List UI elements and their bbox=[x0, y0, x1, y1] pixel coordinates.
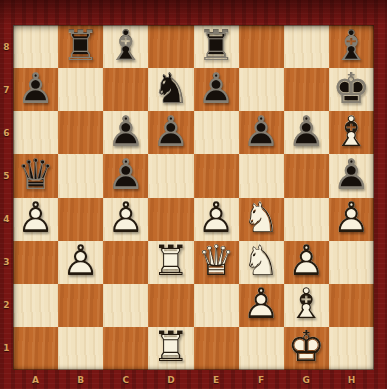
file-label-e: E bbox=[194, 370, 239, 389]
square-h7[interactable]: ♚♔ bbox=[329, 68, 374, 111]
square-e3[interactable]: ♛♕ bbox=[194, 241, 239, 284]
piece-outline-glyph: ♙ bbox=[148, 111, 193, 154]
square-c7[interactable] bbox=[103, 68, 148, 111]
square-f1[interactable] bbox=[239, 327, 284, 370]
piece-outline-glyph: ♙ bbox=[13, 68, 58, 111]
black-pawn-c6[interactable]: ♟♙ bbox=[103, 111, 148, 154]
square-b2[interactable] bbox=[58, 284, 103, 327]
square-g4[interactable] bbox=[284, 198, 329, 241]
square-g5[interactable] bbox=[284, 154, 329, 197]
file-label-c: C bbox=[103, 370, 148, 389]
white-rook-d1[interactable]: ♜♖ bbox=[148, 327, 193, 370]
square-f4[interactable]: ♞♘ bbox=[239, 198, 284, 241]
square-c1[interactable] bbox=[103, 327, 148, 370]
piece-outline-glyph: ♙ bbox=[103, 198, 148, 241]
square-b1[interactable] bbox=[58, 327, 103, 370]
square-e1[interactable] bbox=[194, 327, 239, 370]
square-c8[interactable]: ♝♗ bbox=[103, 25, 148, 68]
square-b5[interactable] bbox=[58, 154, 103, 197]
square-f7[interactable] bbox=[239, 68, 284, 111]
chess-board-frame: 87654321 ♜♖♝♗♜♖♝♗♟♙♞♘♟♙♚♔♟♙♟♙♟♙♟♙♝♗♛♕♟♙♟… bbox=[0, 0, 387, 389]
black-bishop-h8[interactable]: ♝♗ bbox=[329, 25, 374, 68]
piece-outline-glyph: ♙ bbox=[194, 68, 239, 111]
piece-outline-glyph: ♖ bbox=[148, 241, 193, 284]
piece-outline-glyph: ♘ bbox=[148, 68, 193, 111]
square-h3[interactable] bbox=[329, 241, 374, 284]
square-d3[interactable]: ♜♖ bbox=[148, 241, 193, 284]
piece-outline-glyph: ♙ bbox=[194, 198, 239, 241]
piece-outline-glyph: ♘ bbox=[239, 198, 284, 241]
rank-label-4: 4 bbox=[0, 198, 13, 241]
square-c4[interactable]: ♟♙ bbox=[103, 198, 148, 241]
piece-outline-glyph: ♙ bbox=[284, 111, 329, 154]
white-knight-f3[interactable]: ♞♘ bbox=[239, 241, 284, 284]
piece-outline-glyph: ♙ bbox=[103, 154, 148, 197]
black-rook-b8[interactable]: ♜♖ bbox=[58, 25, 103, 68]
piece-outline-glyph: ♖ bbox=[58, 25, 103, 68]
piece-outline-glyph: ♕ bbox=[13, 154, 58, 197]
piece-outline-glyph: ♗ bbox=[329, 111, 374, 154]
square-e2[interactable] bbox=[194, 284, 239, 327]
piece-outline-glyph: ♙ bbox=[329, 154, 374, 197]
piece-outline-glyph: ♙ bbox=[329, 198, 374, 241]
white-queen-e3[interactable]: ♛♕ bbox=[194, 241, 239, 284]
black-pawn-g6[interactable]: ♟♙ bbox=[284, 111, 329, 154]
rank-label-6: 6 bbox=[0, 111, 13, 154]
rank-label-3: 3 bbox=[0, 241, 13, 284]
rank-label-8: 8 bbox=[0, 25, 13, 68]
square-a5[interactable]: ♛♕ bbox=[13, 154, 58, 197]
rank-label-2: 2 bbox=[0, 284, 13, 327]
piece-outline-glyph: ♙ bbox=[13, 198, 58, 241]
square-b6[interactable] bbox=[58, 111, 103, 154]
white-king-g1[interactable]: ♚♔ bbox=[284, 327, 329, 370]
square-h6[interactable]: ♝♗ bbox=[329, 111, 374, 154]
square-a2[interactable] bbox=[13, 284, 58, 327]
black-rook-e8[interactable]: ♜♖ bbox=[194, 25, 239, 68]
file-label-d: D bbox=[148, 370, 193, 389]
square-h8[interactable]: ♝♗ bbox=[329, 25, 374, 68]
square-b8[interactable]: ♜♖ bbox=[58, 25, 103, 68]
square-f8[interactable] bbox=[239, 25, 284, 68]
white-pawn-c4[interactable]: ♟♙ bbox=[103, 198, 148, 241]
square-d4[interactable] bbox=[148, 198, 193, 241]
square-c5[interactable]: ♟♙ bbox=[103, 154, 148, 197]
black-pawn-f6[interactable]: ♟♙ bbox=[239, 111, 284, 154]
square-f2[interactable]: ♟♙ bbox=[239, 284, 284, 327]
square-e4[interactable]: ♟♙ bbox=[194, 198, 239, 241]
black-pawn-d6[interactable]: ♟♙ bbox=[148, 111, 193, 154]
square-e5[interactable] bbox=[194, 154, 239, 197]
square-c2[interactable] bbox=[103, 284, 148, 327]
white-pawn-f2[interactable]: ♟♙ bbox=[239, 284, 284, 327]
square-d7[interactable]: ♞♘ bbox=[148, 68, 193, 111]
square-g6[interactable]: ♟♙ bbox=[284, 111, 329, 154]
square-d8[interactable] bbox=[148, 25, 193, 68]
piece-outline-glyph: ♙ bbox=[239, 284, 284, 327]
piece-outline-glyph: ♘ bbox=[239, 241, 284, 284]
file-labels: ABCDEFGH bbox=[13, 370, 374, 389]
rank-labels: 87654321 bbox=[0, 25, 13, 370]
square-d1[interactable]: ♜♖ bbox=[148, 327, 193, 370]
piece-outline-glyph: ♔ bbox=[329, 68, 374, 111]
piece-outline-glyph: ♔ bbox=[284, 327, 329, 370]
piece-outline-glyph: ♗ bbox=[329, 25, 374, 68]
white-pawn-b3[interactable]: ♟♙ bbox=[58, 241, 103, 284]
square-b7[interactable] bbox=[58, 68, 103, 111]
square-a8[interactable] bbox=[13, 25, 58, 68]
square-g1[interactable]: ♚♔ bbox=[284, 327, 329, 370]
black-pawn-h5[interactable]: ♟♙ bbox=[329, 154, 374, 197]
white-pawn-e4[interactable]: ♟♙ bbox=[194, 198, 239, 241]
white-pawn-a4[interactable]: ♟♙ bbox=[13, 198, 58, 241]
square-g2[interactable]: ♝♗ bbox=[284, 284, 329, 327]
square-f3[interactable]: ♞♘ bbox=[239, 241, 284, 284]
square-h2[interactable] bbox=[329, 284, 374, 327]
square-b4[interactable] bbox=[58, 198, 103, 241]
piece-outline-glyph: ♙ bbox=[58, 241, 103, 284]
piece-outline-glyph: ♙ bbox=[103, 111, 148, 154]
piece-outline-glyph: ♕ bbox=[194, 241, 239, 284]
rank-label-7: 7 bbox=[0, 68, 13, 111]
square-a1[interactable] bbox=[13, 327, 58, 370]
file-label-f: F bbox=[239, 370, 284, 389]
square-b3[interactable]: ♟♙ bbox=[58, 241, 103, 284]
square-e7[interactable]: ♟♙ bbox=[194, 68, 239, 111]
square-d6[interactable]: ♟♙ bbox=[148, 111, 193, 154]
black-king-h7[interactable]: ♚♔ bbox=[329, 68, 374, 111]
square-d2[interactable] bbox=[148, 284, 193, 327]
black-knight-d7[interactable]: ♞♘ bbox=[148, 68, 193, 111]
piece-outline-glyph: ♙ bbox=[239, 111, 284, 154]
white-pawn-g3[interactable]: ♟♙ bbox=[284, 241, 329, 284]
square-e6[interactable] bbox=[194, 111, 239, 154]
white-pawn-h4[interactable]: ♟♙ bbox=[329, 198, 374, 241]
black-pawn-c5[interactable]: ♟♙ bbox=[103, 154, 148, 197]
square-h4[interactable]: ♟♙ bbox=[329, 198, 374, 241]
white-knight-f4[interactable]: ♞♘ bbox=[239, 198, 284, 241]
square-h5[interactable]: ♟♙ bbox=[329, 154, 374, 197]
piece-outline-glyph: ♗ bbox=[284, 284, 329, 327]
chess-board[interactable]: ♜♖♝♗♜♖♝♗♟♙♞♘♟♙♚♔♟♙♟♙♟♙♟♙♝♗♛♕♟♙♟♙♟♙♟♙♟♙♞♘… bbox=[13, 25, 374, 370]
square-h1[interactable] bbox=[329, 327, 374, 370]
square-c6[interactable]: ♟♙ bbox=[103, 111, 148, 154]
piece-outline-glyph: ♖ bbox=[148, 327, 193, 370]
square-g3[interactable]: ♟♙ bbox=[284, 241, 329, 284]
piece-outline-glyph: ♗ bbox=[103, 25, 148, 68]
black-bishop-c8[interactable]: ♝♗ bbox=[103, 25, 148, 68]
rank-label-1: 1 bbox=[0, 327, 13, 370]
square-a4[interactable]: ♟♙ bbox=[13, 198, 58, 241]
file-label-h: H bbox=[329, 370, 374, 389]
piece-outline-glyph: ♙ bbox=[284, 241, 329, 284]
square-c3[interactable] bbox=[103, 241, 148, 284]
white-rook-d3[interactable]: ♜♖ bbox=[148, 241, 193, 284]
file-label-a: A bbox=[13, 370, 58, 389]
square-d5[interactable] bbox=[148, 154, 193, 197]
white-bishop-h6[interactable]: ♝♗ bbox=[329, 111, 374, 154]
square-e8[interactable]: ♜♖ bbox=[194, 25, 239, 68]
square-f5[interactable] bbox=[239, 154, 284, 197]
file-label-g: G bbox=[284, 370, 329, 389]
square-a3[interactable] bbox=[13, 241, 58, 284]
square-a6[interactable] bbox=[13, 111, 58, 154]
square-g8[interactable] bbox=[284, 25, 329, 68]
square-f6[interactable]: ♟♙ bbox=[239, 111, 284, 154]
white-bishop-g2[interactable]: ♝♗ bbox=[284, 284, 329, 327]
black-pawn-a7[interactable]: ♟♙ bbox=[13, 68, 58, 111]
black-queen-a5[interactable]: ♛♕ bbox=[13, 154, 58, 197]
square-g7[interactable] bbox=[284, 68, 329, 111]
square-a7[interactable]: ♟♙ bbox=[13, 68, 58, 111]
rank-label-5: 5 bbox=[0, 154, 13, 197]
black-pawn-e7[interactable]: ♟♙ bbox=[194, 68, 239, 111]
file-label-b: B bbox=[58, 370, 103, 389]
piece-outline-glyph: ♖ bbox=[194, 25, 239, 68]
